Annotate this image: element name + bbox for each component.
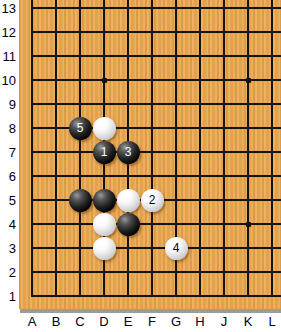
go-diagram: 51324 13121110987654321 ABCDEFGHJKL — [0, 0, 281, 332]
grid-line-col-B — [55, 0, 57, 297]
grid-line-col-C — [79, 0, 81, 297]
white-stone-D4[interactable] — [93, 213, 116, 236]
black-stone-E7-move-3[interactable]: 3 — [117, 141, 140, 164]
grid-line-row-10 — [31, 79, 281, 81]
grid-line-row-4 — [31, 223, 281, 225]
col-label-B: B — [44, 314, 68, 330]
grid-line-row-12 — [31, 31, 281, 33]
star-point-D10 — [102, 78, 107, 83]
grid-line-row-6 — [31, 175, 281, 177]
grid-line-col-L — [271, 0, 273, 297]
grid-line-col-K — [247, 0, 249, 297]
black-stone-C5[interactable] — [69, 189, 92, 212]
white-stone-F5-move-2[interactable]: 2 — [141, 189, 164, 212]
col-label-F: F — [140, 314, 164, 330]
row-label-10: 10 — [0, 68, 16, 92]
col-label-A: A — [20, 314, 44, 330]
row-label-1: 1 — [0, 284, 16, 308]
row-label-9: 9 — [0, 92, 16, 116]
col-label-H: H — [188, 314, 212, 330]
grid-line-row-2 — [31, 271, 281, 273]
row-label-8: 8 — [0, 116, 16, 140]
row-label-7: 7 — [0, 140, 16, 164]
black-stone-D5[interactable] — [93, 189, 116, 212]
white-stone-D8[interactable] — [93, 117, 116, 140]
row-label-13: 13 — [0, 0, 16, 20]
grid-line-col-H — [199, 0, 201, 297]
col-label-C: C — [68, 314, 92, 330]
board-drop-shadow — [20, 309, 281, 313]
grid-line-row-13 — [31, 7, 281, 9]
row-label-3: 3 — [0, 236, 16, 260]
col-label-J: J — [212, 314, 236, 330]
white-stone-E5[interactable] — [117, 189, 140, 212]
grid-line-col-J — [223, 0, 225, 297]
grid-line-col-F — [151, 0, 153, 297]
grid-line-row-1 — [31, 295, 281, 297]
white-stone-G3-move-4[interactable]: 4 — [165, 237, 188, 260]
black-stone-E4[interactable] — [117, 213, 140, 236]
grid-line-col-A — [31, 0, 33, 297]
col-label-D: D — [92, 314, 116, 330]
row-label-2: 2 — [0, 260, 16, 284]
row-label-11: 11 — [0, 44, 16, 68]
col-label-L: L — [260, 314, 281, 330]
grid-line-row-3 — [31, 247, 281, 249]
row-label-6: 6 — [0, 164, 16, 188]
go-board[interactable]: 51324 — [19, 0, 281, 309]
row-label-4: 4 — [0, 212, 16, 236]
grid-line-row-11 — [31, 55, 281, 57]
black-stone-C8-move-5[interactable]: 5 — [69, 117, 92, 140]
row-label-12: 12 — [0, 20, 16, 44]
white-stone-D3[interactable] — [93, 237, 116, 260]
row-label-5: 5 — [0, 188, 16, 212]
grid-line-row-7 — [31, 151, 281, 153]
star-point-K4 — [246, 222, 251, 227]
col-label-K: K — [236, 314, 260, 330]
star-point-K10 — [246, 78, 251, 83]
black-stone-D7-move-1[interactable]: 1 — [93, 141, 116, 164]
col-label-G: G — [164, 314, 188, 330]
col-label-E: E — [116, 314, 140, 330]
grid-line-row-9 — [31, 103, 281, 105]
